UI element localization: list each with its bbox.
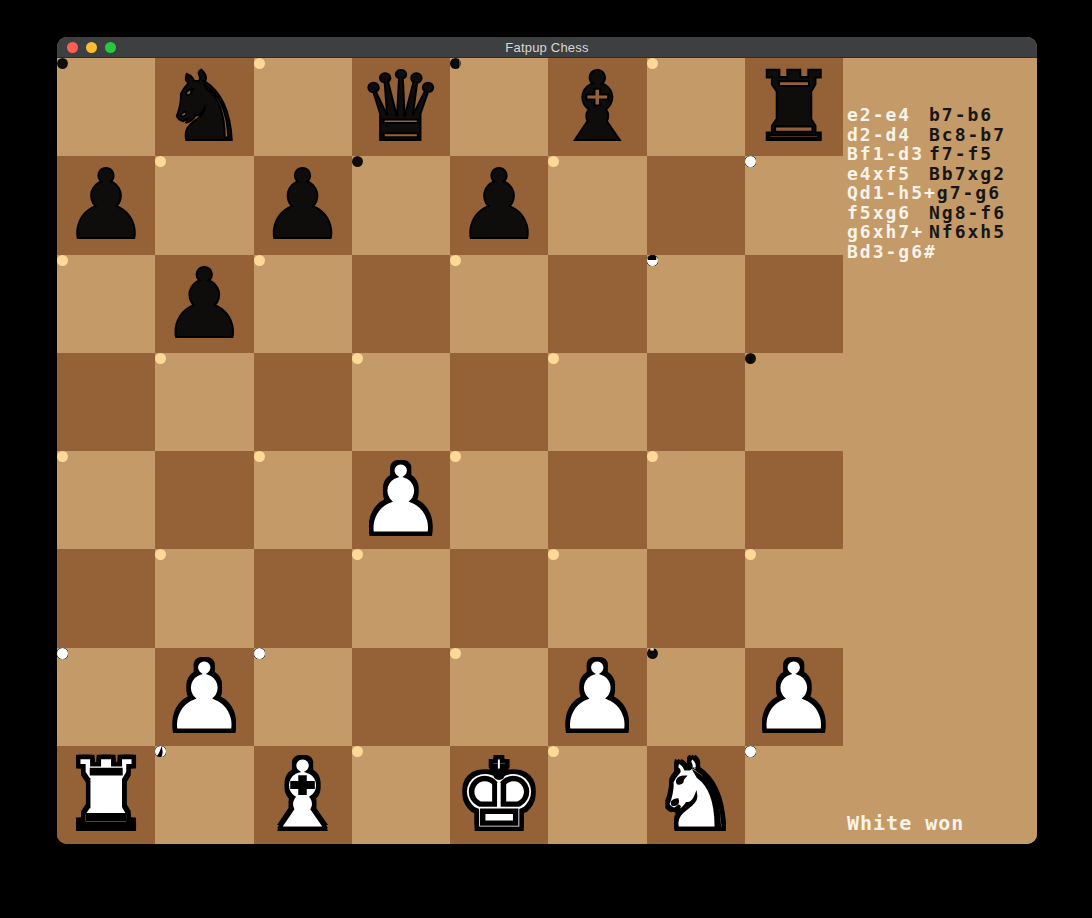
black-queen[interactable]: ♛ <box>358 58 444 156</box>
square-d2[interactable] <box>352 648 450 746</box>
square-e5[interactable] <box>450 353 548 451</box>
square-h8[interactable]: ♜ <box>745 58 843 156</box>
white-pawn[interactable]: ♟ <box>254 648 265 659</box>
square-g8[interactable] <box>647 58 658 69</box>
square-d8[interactable]: ♛ <box>352 58 450 156</box>
move-list-panel: e2-e4b7-b6d2-d4Bc8-b7Bf1-d3f7-f5e4xf5Bb7… <box>843 58 1037 844</box>
square-c3[interactable] <box>254 549 352 647</box>
square-f7[interactable] <box>548 156 559 167</box>
square-h1[interactable]: ♜ <box>745 746 756 757</box>
square-d7[interactable]: ♟ <box>352 156 363 167</box>
square-c4[interactable] <box>254 451 265 462</box>
black-pawn[interactable]: ♟ <box>352 156 363 167</box>
square-b8[interactable]: ♞ <box>155 58 253 156</box>
white-knight[interactable]: ♞ <box>155 746 166 757</box>
white-move-1: e2-e4 <box>847 105 929 125</box>
black-move-2: Bc8-b7 <box>929 124 1006 145</box>
black-bishop[interactable]: ♝ <box>554 58 640 156</box>
black-knight[interactable]: ♞ <box>161 58 247 156</box>
square-g2[interactable]: ♝ <box>647 648 658 659</box>
square-e6[interactable] <box>450 255 461 266</box>
square-a8[interactable]: ♜ <box>57 58 68 69</box>
square-b4[interactable] <box>155 451 253 549</box>
white-knight[interactable]: ♞ <box>653 746 739 844</box>
white-move-5: Qd1-h5+ <box>847 183 937 203</box>
square-b2[interactable]: ♟ <box>155 648 253 746</box>
square-f2[interactable]: ♟ <box>548 648 646 746</box>
square-c6[interactable] <box>254 255 265 266</box>
square-a3[interactable] <box>57 549 155 647</box>
white-rook[interactable]: ♜ <box>745 746 756 757</box>
square-a1[interactable]: ♜ <box>57 746 155 844</box>
black-pawn[interactable]: ♟ <box>63 156 149 254</box>
white-move-8: Bd3-g6# <box>847 242 937 262</box>
white-move-3: Bf1-d3 <box>847 144 929 164</box>
white-pawn[interactable]: ♟ <box>554 648 640 746</box>
white-pawn[interactable]: ♟ <box>57 648 68 659</box>
game-result-label: White won <box>847 811 964 835</box>
zoom-button[interactable] <box>105 42 116 53</box>
move-list: e2-e4b7-b6d2-d4Bc8-b7Bf1-d3f7-f5e4xf5Bb7… <box>843 58 1037 261</box>
square-c1[interactable]: ♝ <box>254 746 352 844</box>
square-b6[interactable]: ♟ <box>155 255 253 353</box>
black-rook[interactable]: ♜ <box>57 58 68 69</box>
move-row-2: d2-d4Bc8-b7 <box>847 125 1037 145</box>
close-button[interactable] <box>67 42 78 53</box>
square-a2[interactable]: ♟ <box>57 648 68 659</box>
square-a4[interactable] <box>57 451 68 462</box>
square-g6[interactable]: ♝ <box>647 255 658 266</box>
square-d1[interactable] <box>352 746 363 757</box>
square-f1[interactable] <box>548 746 559 757</box>
square-h4[interactable] <box>745 451 843 549</box>
square-e8[interactable]: ♚ <box>450 58 461 69</box>
black-pawn[interactable]: ♟ <box>260 156 346 254</box>
square-d3[interactable] <box>352 549 363 560</box>
white-pawn[interactable]: ♟ <box>745 156 756 167</box>
move-row-3: Bf1-d3f7-f5 <box>847 144 1037 164</box>
square-d4[interactable]: ♟ <box>352 451 450 549</box>
app-window: Fatpup Chess ♜♞♛♚♝♜♟♟♟♟♟♟♝♞♟♟♟♟♟♝♟♜♞♝♚♞♜… <box>57 37 1037 844</box>
white-pawn[interactable]: ♟ <box>161 648 247 746</box>
black-knight[interactable]: ♞ <box>745 353 756 364</box>
square-e7[interactable]: ♟ <box>450 156 548 254</box>
black-move-5: g7-g6 <box>937 182 1001 203</box>
black-move-1: b7-b6 <box>929 104 993 125</box>
white-move-7: g6xh7+ <box>847 222 929 242</box>
window-content: ♜♞♛♚♝♜♟♟♟♟♟♟♝♞♟♟♟♟♟♝♟♜♞♝♚♞♜ e2-e4b7-b6d2… <box>57 58 1037 844</box>
square-d6[interactable] <box>352 255 450 353</box>
white-bishop[interactable]: ♝ <box>260 746 346 844</box>
square-b3[interactable] <box>155 549 166 560</box>
square-h3[interactable] <box>745 549 756 560</box>
white-move-6: f5xg6 <box>847 203 929 223</box>
move-row-4: e4xf5Bb7xg2 <box>847 164 1037 184</box>
square-e1[interactable]: ♚ <box>450 746 548 844</box>
square-f3[interactable] <box>548 549 559 560</box>
square-c5[interactable] <box>254 353 352 451</box>
square-a6[interactable] <box>57 255 68 266</box>
square-a5[interactable] <box>57 353 155 451</box>
square-b1[interactable]: ♞ <box>155 746 166 757</box>
black-move-3: f7-f5 <box>929 143 993 164</box>
square-e2[interactable] <box>450 648 461 659</box>
white-bishop[interactable]: ♝ <box>647 255 658 266</box>
square-c7[interactable]: ♟ <box>254 156 352 254</box>
window-controls <box>67 37 116 57</box>
square-c2[interactable]: ♟ <box>254 648 265 659</box>
square-c8[interactable] <box>254 58 265 69</box>
black-king[interactable]: ♚ <box>450 58 461 69</box>
black-move-7: Nf6xh5 <box>929 221 1006 242</box>
black-bishop[interactable]: ♝ <box>647 648 658 659</box>
square-f6[interactable] <box>548 255 646 353</box>
black-rook[interactable]: ♜ <box>751 58 837 156</box>
white-rook[interactable]: ♜ <box>63 746 149 844</box>
square-h5[interactable]: ♞ <box>745 353 756 364</box>
square-h6[interactable] <box>745 255 843 353</box>
black-pawn[interactable]: ♟ <box>161 255 247 353</box>
square-g4[interactable] <box>647 451 658 462</box>
square-b5[interactable] <box>155 353 166 364</box>
square-e3[interactable] <box>450 549 548 647</box>
square-b7[interactable] <box>155 156 166 167</box>
move-row-6: f5xg6Ng8-f6 <box>847 203 1037 223</box>
square-f5[interactable] <box>548 353 559 364</box>
square-h2[interactable]: ♟ <box>745 648 843 746</box>
square-h7[interactable]: ♟ <box>745 156 756 167</box>
square-g1[interactable]: ♞ <box>647 746 745 844</box>
white-pawn[interactable]: ♟ <box>358 451 444 549</box>
window-title: Fatpup Chess <box>505 40 588 55</box>
square-e4[interactable] <box>450 451 461 462</box>
black-move-4: Bb7xg2 <box>929 163 1006 184</box>
move-row-7: g6xh7+Nf6xh5 <box>847 222 1037 242</box>
square-a7[interactable]: ♟ <box>57 156 155 254</box>
square-g3[interactable] <box>647 549 745 647</box>
screen-background: Fatpup Chess ♜♞♛♚♝♜♟♟♟♟♟♟♝♞♟♟♟♟♟♝♟♜♞♝♚♞♜… <box>0 0 1092 918</box>
white-move-2: d2-d4 <box>847 125 929 145</box>
move-row-1: e2-e4b7-b6 <box>847 105 1037 125</box>
black-move-6: Ng8-f6 <box>929 202 1006 223</box>
square-f8[interactable]: ♝ <box>548 58 646 156</box>
white-pawn[interactable]: ♟ <box>751 648 837 746</box>
square-g5[interactable] <box>647 353 745 451</box>
white-move-4: e4xf5 <box>847 164 929 184</box>
black-pawn[interactable]: ♟ <box>456 156 542 254</box>
move-row-5: Qd1-h5+g7-g6 <box>847 183 1037 203</box>
minimize-button[interactable] <box>86 42 97 53</box>
move-row-8: Bd3-g6# <box>847 242 1037 262</box>
white-king[interactable]: ♚ <box>456 746 542 844</box>
square-f4[interactable] <box>548 451 646 549</box>
square-g7[interactable] <box>647 156 745 254</box>
square-d5[interactable] <box>352 353 363 364</box>
window-titlebar: Fatpup Chess <box>57 37 1037 58</box>
chess-board[interactable]: ♜♞♛♚♝♜♟♟♟♟♟♟♝♞♟♟♟♟♟♝♟♜♞♝♚♞♜ <box>57 58 843 844</box>
